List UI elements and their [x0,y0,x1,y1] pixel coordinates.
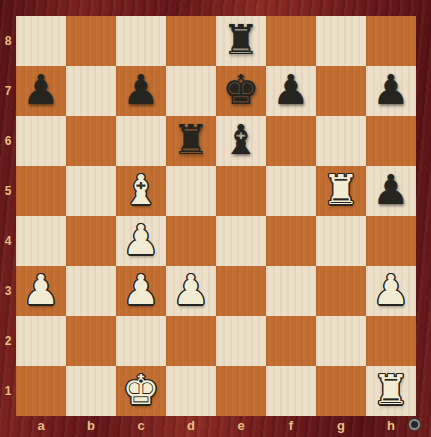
square-e5[interactable] [216,166,266,216]
square-a6[interactable] [16,116,66,166]
piece-black-rook[interactable]: ♜ [223,20,260,61]
square-d8[interactable] [166,16,216,66]
square-c2[interactable] [116,316,166,366]
square-e1[interactable] [216,366,266,416]
rank-labels: 87654321 [0,16,16,416]
square-g4[interactable] [316,216,366,266]
rank-label-7: 7 [0,66,16,116]
square-b7[interactable] [66,66,116,116]
square-d3[interactable]: ♟ [166,266,216,316]
square-e2[interactable] [216,316,266,366]
file-label-f: f [266,416,316,437]
square-h4[interactable] [366,216,416,266]
square-g3[interactable] [316,266,366,316]
square-h1[interactable]: ♜ [366,366,416,416]
square-f5[interactable] [266,166,316,216]
square-h8[interactable] [366,16,416,66]
square-e3[interactable] [216,266,266,316]
file-label-d: d [166,416,216,437]
square-b4[interactable] [66,216,116,266]
square-c7[interactable]: ♟ [116,66,166,116]
square-a4[interactable] [16,216,66,266]
square-g7[interactable] [316,66,366,116]
piece-black-pawn[interactable]: ♟ [373,70,410,111]
piece-black-pawn[interactable]: ♟ [273,70,310,111]
square-c6[interactable] [116,116,166,166]
square-a8[interactable] [16,16,66,66]
square-d5[interactable] [166,166,216,216]
piece-black-pawn[interactable]: ♟ [123,70,160,111]
square-d7[interactable] [166,66,216,116]
piece-white-rook[interactable]: ♜ [323,170,360,211]
square-b6[interactable] [66,116,116,166]
square-d2[interactable] [166,316,216,366]
square-a3[interactable]: ♟ [16,266,66,316]
square-h3[interactable]: ♟ [366,266,416,316]
rank-label-3: 3 [0,266,16,316]
file-label-e: e [216,416,266,437]
rank-label-6: 6 [0,116,16,166]
chess-board: ♜♟♟♚♟♟♜♝♝♜♟♟♟♟♟♟♚♜ [16,16,416,416]
rank-label-1: 1 [0,366,16,416]
piece-black-bishop[interactable]: ♝ [223,120,260,161]
file-labels: abcdefgh [16,416,416,437]
square-b8[interactable] [66,16,116,66]
square-f8[interactable] [266,16,316,66]
square-h2[interactable] [366,316,416,366]
rank-label-2: 2 [0,316,16,366]
square-c8[interactable] [116,16,166,66]
square-a7[interactable]: ♟ [16,66,66,116]
piece-black-pawn[interactable]: ♟ [373,170,410,211]
piece-white-pawn[interactable]: ♟ [373,270,410,311]
square-g6[interactable] [316,116,366,166]
piece-white-king[interactable]: ♚ [123,370,160,411]
file-label-g: g [316,416,366,437]
file-label-c: c [116,416,166,437]
square-g8[interactable] [316,16,366,66]
piece-white-pawn[interactable]: ♟ [173,270,210,311]
square-b5[interactable] [66,166,116,216]
square-g1[interactable] [316,366,366,416]
rank-label-8: 8 [0,16,16,66]
piece-black-rook[interactable]: ♜ [173,120,210,161]
square-c4[interactable]: ♟ [116,216,166,266]
rank-label-5: 5 [0,166,16,216]
square-a2[interactable] [16,316,66,366]
square-a5[interactable] [16,166,66,216]
square-b1[interactable] [66,366,116,416]
piece-white-pawn[interactable]: ♟ [23,270,60,311]
square-c5[interactable]: ♝ [116,166,166,216]
square-d1[interactable] [166,366,216,416]
square-e8[interactable]: ♜ [216,16,266,66]
piece-white-pawn[interactable]: ♟ [123,220,160,261]
square-f1[interactable] [266,366,316,416]
square-f3[interactable] [266,266,316,316]
square-a1[interactable] [16,366,66,416]
file-label-a: a [16,416,66,437]
square-h5[interactable]: ♟ [366,166,416,216]
square-c3[interactable]: ♟ [116,266,166,316]
circle-menu-icon[interactable] [409,419,420,430]
square-f7[interactable]: ♟ [266,66,316,116]
square-f4[interactable] [266,216,316,266]
square-e4[interactable] [216,216,266,266]
file-label-b: b [66,416,116,437]
square-f6[interactable] [266,116,316,166]
piece-black-pawn[interactable]: ♟ [23,70,60,111]
square-h6[interactable] [366,116,416,166]
piece-white-bishop[interactable]: ♝ [123,170,160,211]
square-b3[interactable] [66,266,116,316]
square-b2[interactable] [66,316,116,366]
square-h7[interactable]: ♟ [366,66,416,116]
square-d6[interactable]: ♜ [166,116,216,166]
square-f2[interactable] [266,316,316,366]
rank-label-4: 4 [0,216,16,266]
square-e7[interactable]: ♚ [216,66,266,116]
piece-white-pawn[interactable]: ♟ [123,270,160,311]
square-c1[interactable]: ♚ [116,366,166,416]
square-g2[interactable] [316,316,366,366]
square-g5[interactable]: ♜ [316,166,366,216]
square-d4[interactable] [166,216,216,266]
piece-black-king[interactable]: ♚ [223,70,260,111]
chess-board-frame: ♜♟♟♚♟♟♜♝♝♜♟♟♟♟♟♟♚♜ 87654321 abcdefgh [0,0,431,437]
piece-white-rook[interactable]: ♜ [373,370,410,411]
square-e6[interactable]: ♝ [216,116,266,166]
